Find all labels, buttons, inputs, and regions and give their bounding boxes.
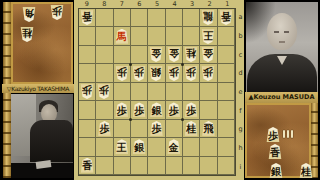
rank-label-d: d bbox=[236, 64, 245, 83]
square-4h[interactable]: 金 bbox=[166, 138, 183, 156]
square-9i[interactable]: 香 bbox=[79, 157, 96, 175]
gote-captured-tray: 角歩桂 bbox=[11, 2, 73, 84]
square-7a[interactable] bbox=[114, 9, 131, 27]
shogi-board: 香龍香馬王金金桂金歩歩銀歩歩歩歩歩歩歩銀歩歩歩歩桂飛王銀金香 bbox=[78, 8, 236, 176]
captured-piece-桂[interactable]: 桂 bbox=[299, 163, 313, 178]
rank-label-c: c bbox=[236, 45, 245, 64]
captured-piece-歩[interactable]: 歩 bbox=[266, 127, 280, 142]
square-5h[interactable] bbox=[148, 138, 165, 156]
board-piece-金: 金 bbox=[149, 47, 163, 62]
square-7d[interactable]: 歩 bbox=[114, 64, 131, 82]
square-3e[interactable] bbox=[183, 83, 200, 101]
square-6i[interactable] bbox=[131, 157, 148, 175]
square-2e[interactable] bbox=[200, 83, 217, 101]
square-7h[interactable]: 王 bbox=[114, 138, 131, 156]
captured-piece-歩[interactable]: 歩 bbox=[50, 5, 64, 20]
board-piece-金: 金 bbox=[201, 47, 215, 62]
square-6e[interactable] bbox=[131, 83, 148, 101]
square-1c[interactable] bbox=[218, 46, 235, 64]
photo-eye bbox=[274, 31, 279, 33]
board-piece-王: 王 bbox=[115, 139, 129, 154]
file-label-5: 5 bbox=[148, 0, 166, 8]
gote-player-photo bbox=[11, 94, 73, 178]
file-label-1: 1 bbox=[218, 0, 236, 8]
photo-face bbox=[267, 13, 297, 50]
rank-label-g: g bbox=[236, 120, 245, 139]
board-piece-銀: 銀 bbox=[132, 139, 146, 154]
square-5i[interactable] bbox=[148, 157, 165, 175]
square-3d[interactable]: 歩 bbox=[183, 64, 200, 82]
board-piece-金: 金 bbox=[167, 139, 181, 154]
square-9f[interactable] bbox=[79, 101, 96, 119]
square-9g[interactable] bbox=[79, 120, 96, 138]
shogi-viewer: 987654321 abcdefghi 香龍香馬王金金桂金歩歩銀歩歩歩歩歩歩歩銀… bbox=[0, 0, 320, 180]
sente-player-label: ▲Kouzou MASUDA bbox=[245, 92, 318, 103]
file-label-3: 3 bbox=[183, 0, 201, 8]
right-bamboo-edge bbox=[311, 102, 318, 178]
square-2d[interactable]: 歩 bbox=[200, 64, 217, 82]
board-piece-歩: 歩 bbox=[97, 84, 111, 99]
board-piece-歩: 歩 bbox=[167, 102, 181, 117]
square-8d[interactable] bbox=[96, 64, 113, 82]
square-7i[interactable] bbox=[114, 157, 131, 175]
square-8a[interactable] bbox=[96, 9, 113, 27]
board-piece-香: 香 bbox=[80, 158, 94, 173]
square-5g[interactable]: 歩 bbox=[148, 120, 165, 138]
sente-player-photo bbox=[246, 2, 318, 92]
square-2g[interactable]: 飛 bbox=[200, 120, 217, 138]
captured-piece-角[interactable]: 角 bbox=[22, 7, 36, 22]
square-8h[interactable] bbox=[96, 138, 113, 156]
square-3a[interactable] bbox=[183, 9, 200, 27]
board-piece-歩: 歩 bbox=[115, 102, 129, 117]
board-piece-歩: 歩 bbox=[184, 66, 198, 81]
square-5e[interactable] bbox=[148, 83, 165, 101]
square-7f[interactable]: 歩 bbox=[114, 101, 131, 119]
square-4i[interactable] bbox=[166, 157, 183, 175]
square-6d[interactable]: 歩 bbox=[131, 64, 148, 82]
photo-torso bbox=[30, 120, 73, 162]
square-2f[interactable] bbox=[200, 101, 217, 119]
square-5d[interactable]: 銀 bbox=[148, 64, 165, 82]
square-1e[interactable] bbox=[218, 83, 235, 101]
rank-label-b: b bbox=[236, 27, 245, 46]
square-3c[interactable]: 桂 bbox=[183, 46, 200, 64]
square-6b[interactable] bbox=[131, 27, 148, 45]
square-5b[interactable] bbox=[148, 27, 165, 45]
rank-label-a: a bbox=[236, 8, 245, 27]
square-2h[interactable] bbox=[200, 138, 217, 156]
captured-piece-香[interactable]: 香 bbox=[268, 144, 282, 159]
square-6c[interactable] bbox=[131, 46, 148, 64]
board-piece-香: 香 bbox=[80, 10, 94, 25]
square-6h[interactable]: 銀 bbox=[131, 138, 148, 156]
square-3i[interactable] bbox=[183, 157, 200, 175]
square-7b[interactable]: 馬 bbox=[114, 27, 131, 45]
square-9e[interactable]: 歩 bbox=[79, 83, 96, 101]
square-4a[interactable] bbox=[166, 9, 183, 27]
square-3b[interactable] bbox=[183, 27, 200, 45]
square-9d[interactable] bbox=[79, 64, 96, 82]
board-piece-歩: 歩 bbox=[115, 66, 129, 81]
square-1f[interactable] bbox=[218, 101, 235, 119]
square-8c[interactable] bbox=[96, 46, 113, 64]
rank-label-f: f bbox=[236, 101, 245, 120]
square-6g[interactable] bbox=[131, 120, 148, 138]
square-4e[interactable] bbox=[166, 83, 183, 101]
square-9b[interactable] bbox=[79, 27, 96, 45]
board-piece-歩: 歩 bbox=[149, 121, 163, 136]
square-4b[interactable] bbox=[166, 27, 183, 45]
square-8e[interactable]: 歩 bbox=[96, 83, 113, 101]
square-6a[interactable] bbox=[131, 9, 148, 27]
board-piece-香: 香 bbox=[219, 10, 233, 25]
file-label-7: 7 bbox=[113, 0, 131, 8]
board-piece-歩: 歩 bbox=[97, 121, 111, 136]
file-label-8: 8 bbox=[96, 0, 114, 8]
board-piece-銀: 銀 bbox=[149, 102, 163, 117]
square-5c[interactable]: 金 bbox=[148, 46, 165, 64]
captured-piece-桂[interactable]: 桂 bbox=[20, 27, 34, 42]
square-1b[interactable] bbox=[218, 27, 235, 45]
file-label-4: 4 bbox=[166, 0, 184, 8]
file-label-2: 2 bbox=[201, 0, 219, 8]
square-8i[interactable] bbox=[96, 157, 113, 175]
square-3f[interactable]: 歩 bbox=[183, 101, 200, 119]
square-7g[interactable] bbox=[114, 120, 131, 138]
file-label-9: 9 bbox=[78, 0, 96, 8]
board-piece-王: 王 bbox=[201, 29, 215, 44]
rank-label-h: h bbox=[236, 139, 245, 158]
board-piece-金: 金 bbox=[167, 47, 181, 62]
square-2a[interactable]: 龍 bbox=[200, 9, 217, 27]
square-1d[interactable] bbox=[218, 64, 235, 82]
rank-label-e: e bbox=[236, 83, 245, 102]
file-labels: 987654321 bbox=[78, 0, 236, 8]
gote-player-label: ▽Kazukiyo TAKASHIMA bbox=[2, 84, 74, 93]
board-piece-飛: 飛 bbox=[201, 121, 215, 136]
board-piece-歩: 歩 bbox=[80, 84, 94, 99]
square-4c[interactable]: 金 bbox=[166, 46, 183, 64]
square-2c[interactable]: 金 bbox=[200, 46, 217, 64]
board-piece-歩: 歩 bbox=[184, 102, 198, 117]
pawn-count-tally bbox=[283, 130, 293, 138]
square-2i[interactable] bbox=[200, 157, 217, 175]
square-8g[interactable]: 歩 bbox=[96, 120, 113, 138]
square-4f[interactable]: 歩 bbox=[166, 101, 183, 119]
square-8f[interactable] bbox=[96, 101, 113, 119]
photo-eye bbox=[284, 31, 289, 33]
square-4g[interactable] bbox=[166, 120, 183, 138]
square-5a[interactable] bbox=[148, 9, 165, 27]
square-7e[interactable] bbox=[114, 83, 131, 101]
square-6f[interactable]: 歩 bbox=[131, 101, 148, 119]
file-label-6: 6 bbox=[131, 0, 149, 8]
rank-label-i: i bbox=[236, 157, 245, 176]
square-5f[interactable]: 銀 bbox=[148, 101, 165, 119]
square-7c[interactable] bbox=[114, 46, 131, 64]
square-1a[interactable]: 香 bbox=[218, 9, 235, 27]
square-4d[interactable]: 歩 bbox=[166, 64, 183, 82]
board-piece-馬: 馬 bbox=[115, 29, 129, 44]
board-piece-歩: 歩 bbox=[132, 66, 146, 81]
square-9a[interactable]: 香 bbox=[79, 9, 96, 27]
square-1g[interactable] bbox=[218, 120, 235, 138]
captured-piece-銀[interactable]: 銀 bbox=[269, 163, 283, 178]
board-piece-龍: 龍 bbox=[201, 10, 215, 25]
board-piece-歩: 歩 bbox=[132, 102, 146, 117]
board-piece-歩: 歩 bbox=[167, 66, 181, 81]
square-2b[interactable]: 王 bbox=[200, 27, 217, 45]
square-1i[interactable] bbox=[218, 157, 235, 175]
sente-captured-tray: 歩香銀桂 bbox=[245, 103, 311, 178]
board-piece-桂: 桂 bbox=[184, 121, 198, 136]
board-piece-銀: 銀 bbox=[149, 66, 163, 81]
square-3h[interactable] bbox=[183, 138, 200, 156]
board-piece-歩: 歩 bbox=[201, 66, 215, 81]
photo-mouth bbox=[279, 41, 285, 43]
board-piece-桂: 桂 bbox=[184, 47, 198, 62]
square-8b[interactable] bbox=[96, 27, 113, 45]
square-9c[interactable] bbox=[79, 46, 96, 64]
square-9h[interactable] bbox=[79, 138, 96, 156]
square-1h[interactable] bbox=[218, 138, 235, 156]
square-3g[interactable]: 桂 bbox=[183, 120, 200, 138]
rank-labels: abcdefghi bbox=[236, 8, 245, 176]
